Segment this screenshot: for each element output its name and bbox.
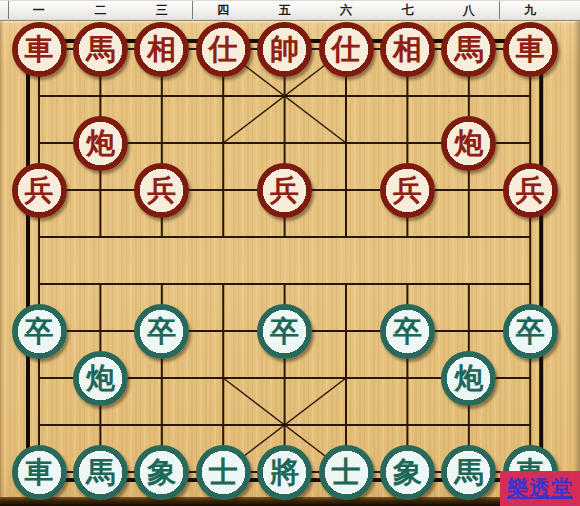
header-col-8[interactable]: 八 [438,1,500,19]
header-col-6[interactable]: 六 [315,1,377,19]
header-stub-right [561,1,580,19]
piece-black-advisor[interactable]: 士 [196,445,251,500]
piece-black-advisor[interactable]: 士 [319,445,374,500]
piece-red-general[interactable]: 帥 [257,22,312,77]
header-col-4[interactable]: 四 [193,1,255,19]
piece-black-cannon[interactable]: 炮 [441,351,496,406]
header-col-5[interactable]: 五 [254,1,316,19]
column-header-bar: 一二三四五六七八九 [0,0,580,21]
piece-red-soldier[interactable]: 兵 [503,163,558,218]
piece-red-horse[interactable]: 馬 [73,22,128,77]
watermark: 樂透堂 [500,471,580,506]
piece-black-elephant[interactable]: 象 [134,445,189,500]
piece-black-soldier[interactable]: 卒 [257,304,312,359]
piece-red-cannon[interactable]: 炮 [441,116,496,171]
piece-red-elephant[interactable]: 相 [380,22,435,77]
piece-black-chariot[interactable]: 車 [12,445,67,500]
xiangqi-app: 一二三四五六七八九 車馬相仕帥仕相馬車炮炮兵兵兵兵兵卒卒卒卒卒炮炮車馬象士將士象… [0,0,580,506]
piece-red-soldier[interactable]: 兵 [380,163,435,218]
header-col-1[interactable]: 一 [8,1,71,19]
header-col-9[interactable]: 九 [500,1,563,19]
piece-black-horse[interactable]: 馬 [441,445,496,500]
piece-red-soldier[interactable]: 兵 [257,163,312,218]
piece-red-chariot[interactable]: 車 [503,22,558,77]
piece-black-soldier[interactable]: 卒 [503,304,558,359]
piece-black-elephant[interactable]: 象 [380,445,435,500]
header-col-2[interactable]: 二 [70,1,132,19]
piece-red-advisor[interactable]: 仕 [196,22,251,77]
piece-red-cannon[interactable]: 炮 [73,116,128,171]
piece-black-general[interactable]: 將 [257,445,312,500]
header-col-7[interactable]: 七 [377,1,439,19]
piece-black-soldier[interactable]: 卒 [380,304,435,359]
piece-black-soldier[interactable]: 卒 [12,304,67,359]
piece-red-horse[interactable]: 馬 [441,22,496,77]
piece-red-advisor[interactable]: 仕 [319,22,374,77]
header-stub-left [0,1,9,19]
piece-red-chariot[interactable]: 車 [12,22,67,77]
piece-black-soldier[interactable]: 卒 [134,304,189,359]
piece-black-horse[interactable]: 馬 [73,445,128,500]
piece-red-soldier[interactable]: 兵 [12,163,67,218]
piece-black-cannon[interactable]: 炮 [73,351,128,406]
piece-red-elephant[interactable]: 相 [134,22,189,77]
header-col-3[interactable]: 三 [131,1,193,19]
piece-red-soldier[interactable]: 兵 [134,163,189,218]
